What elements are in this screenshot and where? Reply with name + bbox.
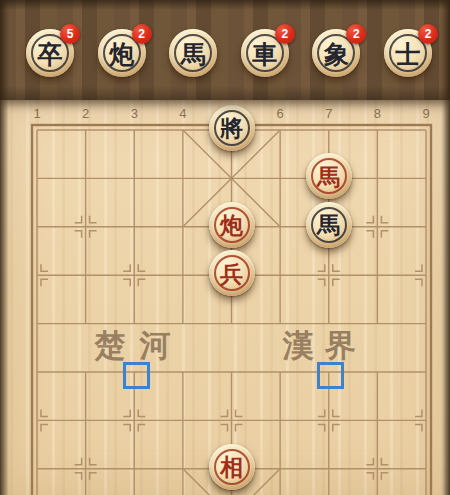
piece-character: 炮 <box>220 214 243 237</box>
capture-count-badge: 2 <box>275 24 295 44</box>
piece-red-horse[interactable]: 馬 <box>306 153 352 199</box>
capture-count-badge: 2 <box>346 24 366 44</box>
tray-piece-black-cannon: 炮2 <box>98 29 146 77</box>
tray-piece-black-advisor: 士2 <box>384 29 432 77</box>
piece-red-soldier[interactable]: 兵 <box>209 250 255 296</box>
capture-count-badge: 2 <box>418 24 438 44</box>
piece-character: 兵 <box>220 263 243 286</box>
tray-piece-black-soldier: 卒5 <box>26 29 74 77</box>
piece-character: 馬 <box>181 42 206 67</box>
piece-character: 車 <box>252 42 277 67</box>
capture-count-badge: 2 <box>132 24 152 44</box>
piece-red-cannon[interactable]: 炮 <box>209 202 255 248</box>
piece-grid: 將馬炮馬兵相 <box>13 106 450 495</box>
last-move-marker <box>123 362 150 389</box>
piece-character: 象 <box>324 42 349 67</box>
tray-piece-black-chariot: 車2 <box>241 29 289 77</box>
piece-character: 士 <box>396 42 421 67</box>
captured-pieces-tray: 卒5炮2馬車2象2士2 <box>0 0 450 100</box>
tray-piece-black-elephant: 象2 <box>312 29 360 77</box>
piece-red-elephant[interactable]: 相 <box>209 444 255 490</box>
piece-black-general[interactable]: 將 <box>209 105 255 151</box>
piece-character: 將 <box>220 117 243 140</box>
piece-character: 卒 <box>38 42 63 67</box>
board[interactable]: 123456789楚河漢界 將馬炮馬兵相 <box>0 100 450 495</box>
xiangqi-game-screen: 123456789楚河漢界 將馬炮馬兵相 卒5炮2馬車2象2士2 <box>0 0 450 495</box>
capture-count-badge: 5 <box>60 24 80 44</box>
piece-black-horse[interactable]: 馬 <box>306 202 352 248</box>
piece-character: 相 <box>220 456 243 479</box>
last-move-marker <box>317 362 344 389</box>
piece-character: 馬 <box>317 166 340 189</box>
tray-piece-black-horse: 馬 <box>169 29 217 77</box>
piece-character: 炮 <box>109 42 134 67</box>
piece-character: 馬 <box>317 214 340 237</box>
